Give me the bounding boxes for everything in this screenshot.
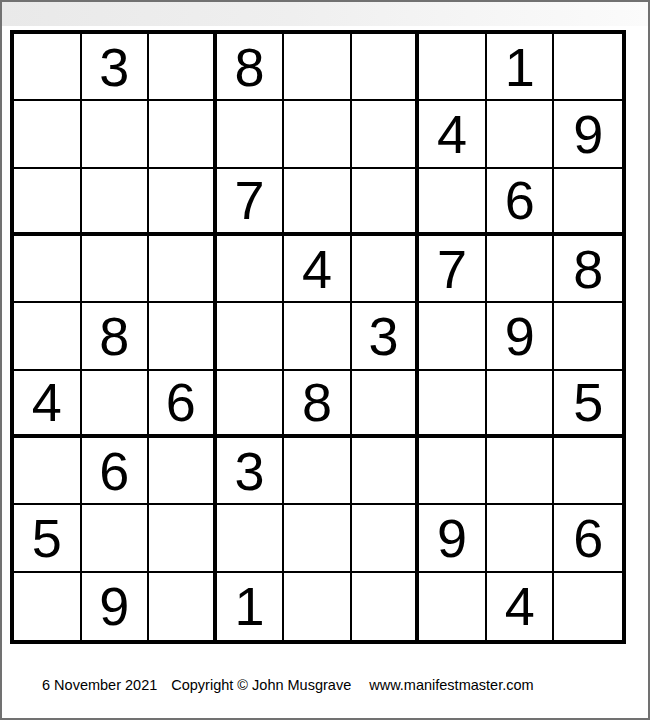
sudoku-cell-r2c1[interactable] bbox=[14, 101, 82, 168]
sudoku-cell-r5c2[interactable]: 8 bbox=[82, 303, 150, 370]
sudoku-cell-r1c1[interactable] bbox=[14, 34, 82, 101]
sudoku-cell-r6c4[interactable] bbox=[217, 371, 285, 438]
sudoku-cell-r5c4[interactable] bbox=[217, 303, 285, 370]
footer-copyright: Copyright © John Musgrave bbox=[171, 677, 351, 693]
sudoku-cell-r3c8[interactable]: 6 bbox=[487, 169, 555, 236]
sudoku-cell-r7c3[interactable] bbox=[149, 438, 217, 505]
sudoku-cell-r2c8[interactable] bbox=[487, 101, 555, 168]
sudoku-cell-r6c8[interactable] bbox=[487, 371, 555, 438]
sudoku-cell-r8c3[interactable] bbox=[149, 505, 217, 572]
sudoku-cell-r1c4[interactable]: 8 bbox=[217, 34, 285, 101]
sudoku-cell-r1c7[interactable] bbox=[419, 34, 487, 101]
sudoku-cell-r7c5[interactable] bbox=[284, 438, 352, 505]
sudoku-board: 3814976478839468563596914 bbox=[10, 30, 626, 644]
sudoku-cell-r5c7[interactable] bbox=[419, 303, 487, 370]
sudoku-cell-r5c5[interactable] bbox=[284, 303, 352, 370]
sudoku-cell-r9c2[interactable]: 9 bbox=[82, 573, 150, 640]
sudoku-cell-r9c3[interactable] bbox=[149, 573, 217, 640]
sudoku-cell-r3c3[interactable] bbox=[149, 169, 217, 236]
sudoku-cell-r1c5[interactable] bbox=[284, 34, 352, 101]
sudoku-cell-r6c5[interactable]: 8 bbox=[284, 371, 352, 438]
sudoku-cell-r6c6[interactable] bbox=[352, 371, 420, 438]
sudoku-cell-r7c8[interactable] bbox=[487, 438, 555, 505]
sudoku-cell-r9c7[interactable] bbox=[419, 573, 487, 640]
sudoku-cell-r2c3[interactable] bbox=[149, 101, 217, 168]
sudoku-cell-r1c2[interactable]: 3 bbox=[82, 34, 150, 101]
sudoku-cell-r3c9[interactable] bbox=[554, 169, 622, 236]
sudoku-cell-r3c4[interactable]: 7 bbox=[217, 169, 285, 236]
footer-date: 6 November 2021 bbox=[42, 677, 157, 693]
sudoku-cell-r5c6[interactable]: 3 bbox=[352, 303, 420, 370]
sudoku-cell-r9c6[interactable] bbox=[352, 573, 420, 640]
sudoku-cell-r7c9[interactable] bbox=[554, 438, 622, 505]
sudoku-cell-r7c1[interactable] bbox=[14, 438, 82, 505]
sudoku-cell-r8c9[interactable]: 6 bbox=[554, 505, 622, 572]
sudoku-cell-r2c2[interactable] bbox=[82, 101, 150, 168]
sudoku-cell-r3c1[interactable] bbox=[14, 169, 82, 236]
sudoku-cell-r9c4[interactable]: 1 bbox=[217, 573, 285, 640]
sudoku-cell-r4c7[interactable]: 7 bbox=[419, 236, 487, 303]
sudoku-cell-r7c4[interactable]: 3 bbox=[217, 438, 285, 505]
sudoku-cell-r6c9[interactable]: 5 bbox=[554, 371, 622, 438]
sudoku-cell-r5c1[interactable] bbox=[14, 303, 82, 370]
sudoku-cell-r6c3[interactable]: 6 bbox=[149, 371, 217, 438]
sudoku-cell-r2c4[interactable] bbox=[217, 101, 285, 168]
sudoku-cell-r1c9[interactable] bbox=[554, 34, 622, 101]
puzzle-page: 3814976478839468563596914 6 November 202… bbox=[0, 0, 650, 720]
sudoku-cell-r4c2[interactable] bbox=[82, 236, 150, 303]
sudoku-cell-r7c2[interactable]: 6 bbox=[82, 438, 150, 505]
sudoku-cell-r8c2[interactable] bbox=[82, 505, 150, 572]
footer: 6 November 2021 Copyright © John Musgrav… bbox=[42, 675, 534, 695]
sudoku-cell-r6c2[interactable] bbox=[82, 371, 150, 438]
sudoku-cell-r3c6[interactable] bbox=[352, 169, 420, 236]
sudoku-cell-r4c1[interactable] bbox=[14, 236, 82, 303]
sudoku-cell-r3c5[interactable] bbox=[284, 169, 352, 236]
sudoku-cell-r6c1[interactable]: 4 bbox=[14, 371, 82, 438]
sudoku-cell-r4c3[interactable] bbox=[149, 236, 217, 303]
sudoku-cell-r7c7[interactable] bbox=[419, 438, 487, 505]
sudoku-cell-r8c4[interactable] bbox=[217, 505, 285, 572]
sudoku-cell-r4c5[interactable]: 4 bbox=[284, 236, 352, 303]
sudoku-cell-r4c6[interactable] bbox=[352, 236, 420, 303]
sudoku-cell-r4c8[interactable] bbox=[487, 236, 555, 303]
sudoku-cell-r3c7[interactable] bbox=[419, 169, 487, 236]
sudoku-cell-r4c4[interactable] bbox=[217, 236, 285, 303]
sudoku-cell-r7c6[interactable] bbox=[352, 438, 420, 505]
sudoku-cell-r9c8[interactable]: 4 bbox=[487, 573, 555, 640]
sudoku-cell-r2c7[interactable]: 4 bbox=[419, 101, 487, 168]
top-gradient-bar bbox=[2, 2, 648, 26]
sudoku-cell-r2c6[interactable] bbox=[352, 101, 420, 168]
sudoku-cell-r9c9[interactable] bbox=[554, 573, 622, 640]
sudoku-cell-r9c1[interactable] bbox=[14, 573, 82, 640]
sudoku-cell-r2c9[interactable]: 9 bbox=[554, 101, 622, 168]
sudoku-cell-r4c9[interactable]: 8 bbox=[554, 236, 622, 303]
sudoku-cell-r8c5[interactable] bbox=[284, 505, 352, 572]
sudoku-cell-r1c8[interactable]: 1 bbox=[487, 34, 555, 101]
sudoku-cell-r8c1[interactable]: 5 bbox=[14, 505, 82, 572]
sudoku-cell-r8c8[interactable] bbox=[487, 505, 555, 572]
sudoku-cell-r1c3[interactable] bbox=[149, 34, 217, 101]
sudoku-cell-r5c3[interactable] bbox=[149, 303, 217, 370]
sudoku-cell-r1c6[interactable] bbox=[352, 34, 420, 101]
sudoku-cell-r9c5[interactable] bbox=[284, 573, 352, 640]
sudoku-cell-r8c6[interactable] bbox=[352, 505, 420, 572]
sudoku-cell-r8c7[interactable]: 9 bbox=[419, 505, 487, 572]
sudoku-cell-r2c5[interactable] bbox=[284, 101, 352, 168]
sudoku-cell-r6c7[interactable] bbox=[419, 371, 487, 438]
sudoku-cell-r5c8[interactable]: 9 bbox=[487, 303, 555, 370]
footer-website: www.manifestmaster.com bbox=[369, 677, 533, 693]
sudoku-cell-r3c2[interactable] bbox=[82, 169, 150, 236]
sudoku-cell-r5c9[interactable] bbox=[554, 303, 622, 370]
